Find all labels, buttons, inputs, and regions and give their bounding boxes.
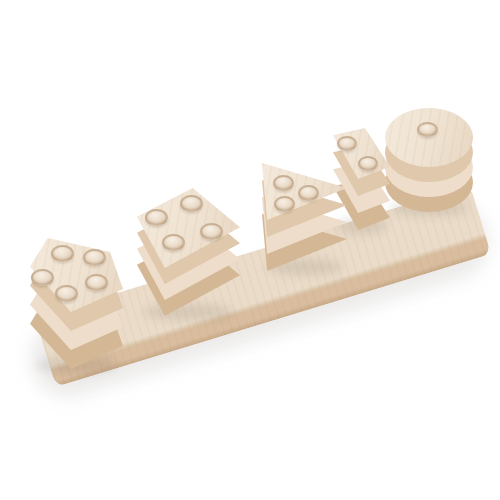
- counting-peg: [298, 185, 319, 201]
- counting-peg: [200, 223, 223, 240]
- piece-circle: [385, 108, 473, 212]
- counting-peg: [85, 274, 108, 291]
- counting-peg: [31, 269, 54, 286]
- product-photo-scene: [0, 0, 500, 500]
- counting-peg: [273, 175, 294, 191]
- counting-peg: [358, 156, 378, 171]
- piece-triangle: [262, 163, 347, 271]
- circle-top-face: [385, 108, 473, 167]
- counting-peg: [162, 234, 185, 251]
- piece-contact-shadow: [143, 304, 234, 320]
- counting-peg: [55, 285, 78, 302]
- counting-peg: [51, 245, 74, 262]
- piece-square: [137, 188, 240, 316]
- counting-peg: [145, 209, 168, 226]
- counting-peg: [83, 249, 106, 266]
- piece-pentagon: [30, 238, 123, 369]
- counting-peg: [274, 196, 295, 212]
- counting-peg: [337, 136, 357, 151]
- counting-peg: [180, 195, 203, 212]
- counting-peg: [417, 122, 438, 137]
